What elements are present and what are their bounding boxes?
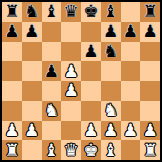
piece-white-pawn[interactable]: ♟ — [83, 121, 98, 138]
square-e2[interactable]: ♟ — [81, 121, 101, 141]
square-d6[interactable] — [61, 42, 81, 62]
square-b3[interactable] — [22, 101, 42, 121]
piece-black-pawn[interactable]: ♟ — [103, 23, 118, 40]
square-f8[interactable]: ♝ — [101, 2, 121, 22]
square-d8[interactable]: ♛ — [61, 2, 81, 22]
piece-black-rook[interactable]: ♜ — [4, 3, 19, 20]
square-g4[interactable] — [121, 81, 141, 101]
square-d4[interactable]: ♟ — [61, 81, 81, 101]
square-e5[interactable] — [81, 61, 101, 81]
square-h5[interactable] — [140, 61, 160, 81]
square-f5[interactable] — [101, 61, 121, 81]
square-a2[interactable]: ♟ — [2, 121, 22, 141]
square-g3[interactable] — [121, 101, 141, 121]
square-f6[interactable]: ♞ — [101, 42, 121, 62]
piece-white-queen[interactable]: ♛ — [64, 141, 79, 158]
square-c7[interactable] — [42, 22, 62, 42]
square-e6[interactable]: ♟ — [81, 42, 101, 62]
square-a5[interactable] — [2, 61, 22, 81]
square-b5[interactable] — [22, 61, 42, 81]
square-c3[interactable]: ♞ — [42, 101, 62, 121]
square-a8[interactable]: ♜ — [2, 2, 22, 22]
square-c2[interactable] — [42, 121, 62, 141]
piece-black-pawn[interactable]: ♟ — [4, 23, 19, 40]
square-h1[interactable]: ♜ — [140, 140, 160, 160]
piece-white-knight[interactable]: ♞ — [44, 102, 59, 119]
square-d5[interactable]: ♟ — [61, 61, 81, 81]
piece-black-bishop[interactable]: ♝ — [44, 3, 59, 20]
piece-white-pawn[interactable]: ♟ — [103, 121, 118, 138]
square-g1[interactable] — [121, 140, 141, 160]
chess-board: ♜♞♝♛♚♝♜♟♟♟♟♟♟♞♟♟♟♞♞♟♟♟♟♟♟♜♝♛♚♝♜ — [2, 2, 160, 160]
square-h6[interactable] — [140, 42, 160, 62]
square-e3[interactable] — [81, 101, 101, 121]
piece-black-bishop[interactable]: ♝ — [103, 3, 118, 20]
piece-white-knight[interactable]: ♞ — [103, 102, 118, 119]
piece-black-pawn[interactable]: ♟ — [123, 23, 138, 40]
square-d2[interactable] — [61, 121, 81, 141]
square-f2[interactable]: ♟ — [101, 121, 121, 141]
square-f7[interactable]: ♟ — [101, 22, 121, 42]
square-d7[interactable] — [61, 22, 81, 42]
piece-black-knight[interactable]: ♞ — [103, 42, 118, 59]
square-f1[interactable]: ♝ — [101, 140, 121, 160]
square-g5[interactable] — [121, 61, 141, 81]
piece-black-rook[interactable]: ♜ — [143, 3, 158, 20]
square-a7[interactable]: ♟ — [2, 22, 22, 42]
piece-black-pawn[interactable]: ♟ — [83, 42, 98, 59]
piece-black-pawn[interactable]: ♟ — [44, 62, 59, 79]
piece-white-pawn[interactable]: ♟ — [143, 121, 158, 138]
square-b4[interactable] — [22, 81, 42, 101]
piece-white-bishop[interactable]: ♝ — [103, 141, 118, 158]
square-f3[interactable]: ♞ — [101, 101, 121, 121]
piece-black-king[interactable]: ♚ — [83, 3, 98, 20]
square-c1[interactable]: ♝ — [42, 140, 62, 160]
square-d3[interactable] — [61, 101, 81, 121]
piece-black-pawn[interactable]: ♟ — [143, 23, 158, 40]
square-b8[interactable]: ♞ — [22, 2, 42, 22]
square-h2[interactable]: ♟ — [140, 121, 160, 141]
piece-white-king[interactable]: ♚ — [83, 141, 98, 158]
square-g7[interactable]: ♟ — [121, 22, 141, 42]
square-g6[interactable] — [121, 42, 141, 62]
piece-black-queen[interactable]: ♛ — [64, 3, 79, 20]
square-c5[interactable]: ♟ — [42, 61, 62, 81]
square-h3[interactable] — [140, 101, 160, 121]
board-frame: ♜♞♝♛♚♝♜♟♟♟♟♟♟♞♟♟♟♞♞♟♟♟♟♟♟♜♝♛♚♝♜ — [0, 0, 162, 162]
square-h8[interactable]: ♜ — [140, 2, 160, 22]
square-c6[interactable] — [42, 42, 62, 62]
square-h7[interactable]: ♟ — [140, 22, 160, 42]
square-a1[interactable]: ♜ — [2, 140, 22, 160]
piece-white-pawn[interactable]: ♟ — [64, 82, 79, 99]
square-g2[interactable]: ♟ — [121, 121, 141, 141]
square-e8[interactable]: ♚ — [81, 2, 101, 22]
square-h4[interactable] — [140, 81, 160, 101]
piece-black-pawn[interactable]: ♟ — [24, 23, 39, 40]
square-e1[interactable]: ♚ — [81, 140, 101, 160]
square-b1[interactable] — [22, 140, 42, 160]
square-f4[interactable] — [101, 81, 121, 101]
square-c8[interactable]: ♝ — [42, 2, 62, 22]
piece-white-pawn[interactable]: ♟ — [24, 121, 39, 138]
piece-white-pawn[interactable]: ♟ — [123, 121, 138, 138]
piece-black-knight[interactable]: ♞ — [24, 3, 39, 20]
square-g8[interactable] — [121, 2, 141, 22]
square-a4[interactable] — [2, 81, 22, 101]
piece-white-pawn[interactable]: ♟ — [4, 121, 19, 138]
piece-white-rook[interactable]: ♜ — [4, 141, 19, 158]
square-e4[interactable] — [81, 81, 101, 101]
square-e7[interactable] — [81, 22, 101, 42]
piece-white-rook[interactable]: ♜ — [143, 141, 158, 158]
square-b7[interactable]: ♟ — [22, 22, 42, 42]
square-b2[interactable]: ♟ — [22, 121, 42, 141]
piece-white-bishop[interactable]: ♝ — [44, 141, 59, 158]
square-a6[interactable] — [2, 42, 22, 62]
piece-white-pawn[interactable]: ♟ — [64, 62, 79, 79]
square-b6[interactable] — [22, 42, 42, 62]
square-d1[interactable]: ♛ — [61, 140, 81, 160]
square-a3[interactable] — [2, 101, 22, 121]
square-c4[interactable] — [42, 81, 62, 101]
